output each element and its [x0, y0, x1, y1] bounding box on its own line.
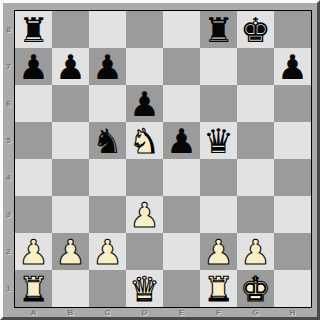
- square-g2[interactable]: ♟: [237, 233, 274, 270]
- black-rook: ♜: [15, 11, 52, 48]
- rank-label-5: 5: [3, 122, 14, 159]
- white-pawn: ♟: [15, 233, 52, 270]
- square-e3[interactable]: [163, 196, 200, 233]
- white-knight: ♞: [126, 122, 163, 159]
- square-d1[interactable]: ♛: [126, 270, 163, 307]
- square-e6[interactable]: [163, 85, 200, 122]
- rank-label-6: 6: [3, 85, 14, 122]
- square-c8[interactable]: [89, 11, 126, 48]
- square-h4[interactable]: [274, 159, 311, 196]
- square-g1[interactable]: ♚: [237, 270, 274, 307]
- square-a2[interactable]: ♟: [15, 233, 52, 270]
- square-a8[interactable]: ♜: [15, 11, 52, 48]
- square-g4[interactable]: [237, 159, 274, 196]
- rank-label-8: 8: [3, 11, 14, 48]
- black-pawn: ♟: [52, 48, 89, 85]
- white-rook: ♜: [200, 270, 237, 307]
- square-c3[interactable]: [89, 196, 126, 233]
- square-g8[interactable]: ♚: [237, 11, 274, 48]
- square-a3[interactable]: [15, 196, 52, 233]
- square-e7[interactable]: [163, 48, 200, 85]
- board: ♜♜♚♟♟♟♟♟♞♞♟♛♟♟♟♟♟♟♜♛♜♚: [14, 10, 312, 308]
- rank-label-1: 1: [3, 270, 14, 307]
- square-g3[interactable]: [237, 196, 274, 233]
- square-d5[interactable]: ♞: [126, 122, 163, 159]
- file-coordinates: ABCDEFGH: [15, 308, 311, 317]
- square-f4[interactable]: [200, 159, 237, 196]
- square-b3[interactable]: [52, 196, 89, 233]
- square-g5[interactable]: [237, 122, 274, 159]
- file-label-h: H: [274, 308, 311, 317]
- black-pawn: ♟: [89, 48, 126, 85]
- white-king: ♚: [237, 270, 274, 307]
- square-a4[interactable]: [15, 159, 52, 196]
- square-b6[interactable]: [52, 85, 89, 122]
- black-queen: ♛: [200, 122, 237, 159]
- white-queen: ♛: [126, 270, 163, 307]
- square-h8[interactable]: [274, 11, 311, 48]
- square-h7[interactable]: ♟: [274, 48, 311, 85]
- square-f6[interactable]: [200, 85, 237, 122]
- square-b2[interactable]: ♟: [52, 233, 89, 270]
- square-b5[interactable]: [52, 122, 89, 159]
- square-g6[interactable]: [237, 85, 274, 122]
- rank-label-4: 4: [3, 159, 14, 196]
- white-pawn: ♟: [237, 233, 274, 270]
- square-c5[interactable]: ♞: [89, 122, 126, 159]
- file-label-e: E: [163, 308, 200, 317]
- white-pawn: ♟: [52, 233, 89, 270]
- square-c4[interactable]: [89, 159, 126, 196]
- square-a1[interactable]: ♜: [15, 270, 52, 307]
- square-e1[interactable]: [163, 270, 200, 307]
- black-pawn: ♟: [163, 122, 200, 159]
- square-d8[interactable]: [126, 11, 163, 48]
- square-d7[interactable]: [126, 48, 163, 85]
- black-knight: ♞: [89, 122, 126, 159]
- square-a5[interactable]: [15, 122, 52, 159]
- file-label-b: B: [52, 308, 89, 317]
- white-pawn: ♟: [126, 196, 163, 233]
- black-king: ♚: [237, 11, 274, 48]
- square-b7[interactable]: ♟: [52, 48, 89, 85]
- file-label-f: F: [200, 308, 237, 317]
- rank-label-7: 7: [3, 48, 14, 85]
- square-h1[interactable]: [274, 270, 311, 307]
- black-rook: ♜: [200, 11, 237, 48]
- rank-label-3: 3: [3, 196, 14, 233]
- black-pawn: ♟: [126, 85, 163, 122]
- square-f8[interactable]: ♜: [200, 11, 237, 48]
- square-d6[interactable]: ♟: [126, 85, 163, 122]
- square-c6[interactable]: [89, 85, 126, 122]
- white-rook: ♜: [15, 270, 52, 307]
- rank-coordinates: 87654321: [3, 11, 14, 307]
- square-f3[interactable]: [200, 196, 237, 233]
- square-e2[interactable]: [163, 233, 200, 270]
- square-a7[interactable]: ♟: [15, 48, 52, 85]
- square-b4[interactable]: [52, 159, 89, 196]
- square-h5[interactable]: [274, 122, 311, 159]
- black-pawn: ♟: [274, 48, 311, 85]
- square-e8[interactable]: [163, 11, 200, 48]
- square-d3[interactable]: ♟: [126, 196, 163, 233]
- square-h6[interactable]: [274, 85, 311, 122]
- square-f7[interactable]: [200, 48, 237, 85]
- square-c7[interactable]: ♟: [89, 48, 126, 85]
- rank-label-2: 2: [3, 233, 14, 270]
- file-label-a: A: [15, 308, 52, 317]
- file-label-g: G: [237, 308, 274, 317]
- square-e5[interactable]: ♟: [163, 122, 200, 159]
- square-d2[interactable]: [126, 233, 163, 270]
- square-a6[interactable]: [15, 85, 52, 122]
- square-b8[interactable]: [52, 11, 89, 48]
- square-h3[interactable]: [274, 196, 311, 233]
- chessboard-frame: 87654321 ♜♜♚♟♟♟♟♟♞♞♟♛♟♟♟♟♟♟♜♛♜♚ ABCDEFGH: [0, 0, 320, 320]
- square-f1[interactable]: ♜: [200, 270, 237, 307]
- black-pawn: ♟: [15, 48, 52, 85]
- square-b1[interactable]: [52, 270, 89, 307]
- file-label-c: C: [89, 308, 126, 317]
- white-pawn: ♟: [200, 233, 237, 270]
- square-f5[interactable]: ♛: [200, 122, 237, 159]
- square-c1[interactable]: [89, 270, 126, 307]
- square-d4[interactable]: [126, 159, 163, 196]
- square-f2[interactable]: ♟: [200, 233, 237, 270]
- square-g7[interactable]: [237, 48, 274, 85]
- white-pawn: ♟: [89, 233, 126, 270]
- square-e4[interactable]: [163, 159, 200, 196]
- square-c2[interactable]: ♟: [89, 233, 126, 270]
- file-label-d: D: [126, 308, 163, 317]
- square-h2[interactable]: [274, 233, 311, 270]
